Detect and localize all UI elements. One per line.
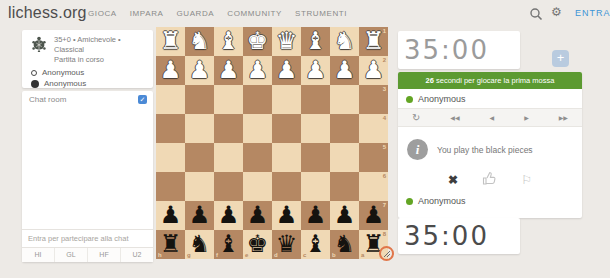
- board-square[interactable]: [272, 143, 301, 172]
- board-square[interactable]: [214, 172, 243, 201]
- lichess-app: lichess.org GIOCA IMPARA GUARDA COMMUNIT…: [0, 0, 610, 278]
- file-label: g: [187, 252, 191, 258]
- board-square[interactable]: [330, 172, 359, 201]
- chess-piece[interactable]: ♜: [156, 26, 185, 55]
- game-setup-text: 35+0 • Amichevole • Classical Partita in…: [54, 35, 121, 65]
- last-move-icon[interactable]: ▶▶: [559, 114, 568, 121]
- chess-piece[interactable]: ♛: [272, 26, 301, 55]
- chess-piece[interactable]: ♝: [214, 26, 243, 55]
- menu-strumenti[interactable]: STRUMENTI: [295, 9, 347, 18]
- classical-turtle-icon: [30, 35, 48, 65]
- rank-label: 6: [383, 173, 386, 179]
- chess-piece[interactable]: ♚: [243, 26, 272, 55]
- board-square[interactable]: [156, 143, 185, 172]
- rank-label: 8: [383, 231, 386, 237]
- menu-impara[interactable]: IMPARA: [130, 9, 164, 18]
- file-label: f: [216, 252, 218, 258]
- chat-messages: [22, 107, 153, 229]
- side-info-row: i You play the black pieces: [398, 127, 582, 160]
- side-info-text: You play the black pieces: [437, 145, 533, 155]
- board-square[interactable]: ♟: [330, 201, 359, 230]
- board-square[interactable]: ♟: [214, 201, 243, 230]
- chess-piece[interactable]: ♝: [214, 229, 243, 258]
- board-square[interactable]: [301, 114, 330, 143]
- search-icon[interactable]: [529, 7, 543, 21]
- chat-panel: Chat room ✓ HI GL HF U2: [22, 91, 153, 262]
- speed-label: Classical: [54, 45, 121, 55]
- board-square[interactable]: [272, 85, 301, 114]
- board-square[interactable]: [185, 85, 214, 114]
- board-square[interactable]: ♞: [185, 27, 214, 56]
- board-square[interactable]: ♟: [185, 56, 214, 85]
- board-square[interactable]: ♟: [156, 56, 185, 85]
- top-navbar: lichess.org GIOCA IMPARA GUARDA COMMUNIT…: [0, 0, 610, 26]
- first-move-alert: 26 secondi per giocare la prima mossa: [398, 72, 582, 89]
- chess-piece[interactable]: ♟: [301, 200, 330, 229]
- chat-preset-gl[interactable]: GL: [54, 248, 87, 262]
- chat-input[interactable]: [22, 229, 153, 247]
- rank-label: 3: [383, 86, 386, 92]
- board-square[interactable]: ♟: [272, 56, 301, 85]
- board-square[interactable]: 5: [359, 143, 388, 172]
- board-square[interactable]: ♟: [243, 56, 272, 85]
- player-name: Anonymous: [418, 196, 466, 206]
- board-square[interactable]: ♟: [301, 56, 330, 85]
- game-side-card: 26 secondi per giocare la prima mossa An…: [398, 72, 582, 218]
- chat-preset-row: HI GL HF U2: [22, 247, 153, 262]
- move-controls: ↻ ◀◀ ◀ ▶ ▶▶: [398, 108, 582, 127]
- alert-seconds: 26: [426, 76, 434, 85]
- board-square[interactable]: ♝c: [301, 230, 330, 259]
- white-player-name: Anonymous: [42, 68, 84, 77]
- chat-preset-hf[interactable]: HF: [87, 248, 120, 262]
- file-label: c: [303, 252, 306, 258]
- board-resize-highlight: [379, 246, 394, 261]
- gear-icon[interactable]: ⚙: [551, 5, 562, 19]
- board-square[interactable]: ♟: [156, 201, 185, 230]
- board-square[interactable]: [156, 114, 185, 143]
- next-move-icon[interactable]: ▶: [524, 114, 529, 121]
- alert-message: secondi per giocare la prima mossa: [434, 76, 554, 85]
- online-indicator: [406, 96, 413, 103]
- board-square[interactable]: [330, 85, 359, 114]
- game-actions: ✖ ⚐: [398, 173, 582, 187]
- chess-piece[interactable]: ♝: [301, 26, 330, 55]
- chess-piece[interactable]: ♟: [330, 55, 359, 84]
- chess-piece[interactable]: ♞: [330, 26, 359, 55]
- board-square[interactable]: ♟: [301, 201, 330, 230]
- first-move-icon[interactable]: ◀◀: [450, 114, 459, 121]
- chat-preset-u2[interactable]: U2: [120, 248, 153, 262]
- board-square[interactable]: ♜h: [156, 230, 185, 259]
- chess-piece[interactable]: ♟: [272, 200, 301, 229]
- prev-move-icon[interactable]: ◀: [490, 114, 495, 121]
- chess-piece[interactable]: ♟: [243, 200, 272, 229]
- rank-label: 7: [383, 202, 386, 208]
- rank-label: 5: [383, 144, 386, 150]
- board-square[interactable]: ♝: [301, 27, 330, 56]
- white-color-icon: [31, 70, 37, 76]
- flag-icon[interactable]: ⚐: [521, 173, 532, 187]
- opponent-name: Anonymous: [418, 94, 466, 104]
- board-square[interactable]: [301, 172, 330, 201]
- flip-board-icon[interactable]: ↻: [412, 112, 420, 123]
- board-square[interactable]: [330, 143, 359, 172]
- board-square[interactable]: [185, 114, 214, 143]
- chess-piece[interactable]: ♞: [185, 26, 214, 55]
- menu-guarda[interactable]: GUARDA: [176, 9, 214, 18]
- board-square[interactable]: 3: [359, 85, 388, 114]
- rank-label: 4: [383, 115, 386, 121]
- board-square[interactable]: ♟: [243, 201, 272, 230]
- file-label: a: [361, 252, 364, 258]
- black-player-name: Anonymous: [44, 79, 86, 88]
- close-icon[interactable]: ✖: [448, 173, 458, 187]
- board-square[interactable]: [243, 172, 272, 201]
- board-square[interactable]: [301, 143, 330, 172]
- board-square[interactable]: ♟: [272, 201, 301, 230]
- board-square[interactable]: [243, 85, 272, 114]
- chess-piece[interactable]: ♟: [185, 200, 214, 229]
- board-square[interactable]: ♟2: [359, 56, 388, 85]
- board-square[interactable]: ♟7: [359, 201, 388, 230]
- lichess-logo[interactable]: lichess.org: [8, 4, 87, 22]
- main-menu: GIOCA IMPARA GUARDA COMMUNITY STRUMENTI: [88, 9, 347, 18]
- chess-piece[interactable]: ♟: [156, 55, 185, 84]
- black-player-row: Anonymous: [22, 78, 153, 89]
- online-indicator: [406, 198, 413, 205]
- chess-piece[interactable]: ♟: [185, 55, 214, 84]
- board-square[interactable]: [156, 85, 185, 114]
- chess-piece[interactable]: ♟: [214, 200, 243, 229]
- player-row: Anonymous: [398, 187, 582, 210]
- board-square[interactable]: ♚: [243, 27, 272, 56]
- chess-piece[interactable]: ♟: [272, 55, 301, 84]
- board-square[interactable]: ♛: [272, 27, 301, 56]
- opponent-row: Anonymous: [398, 89, 582, 108]
- thumbsup-icon[interactable]: [482, 171, 497, 189]
- file-label: b: [332, 252, 336, 258]
- rank-label: 1: [383, 28, 386, 34]
- board-square[interactable]: 4: [359, 114, 388, 143]
- board-square[interactable]: ♜1: [359, 27, 388, 56]
- chess-piece[interactable]: ♟: [156, 200, 185, 229]
- board-resize-handle-icon[interactable]: [383, 250, 391, 258]
- board-square[interactable]: ♛d: [272, 230, 301, 259]
- chess-piece[interactable]: ♟: [301, 55, 330, 84]
- board-square[interactable]: ♝f: [214, 230, 243, 259]
- board-square[interactable]: [214, 143, 243, 172]
- chess-piece[interactable]: ♟: [243, 55, 272, 84]
- board-square[interactable]: ♞b: [330, 230, 359, 259]
- chess-piece[interactable]: ♟: [214, 55, 243, 84]
- board-square[interactable]: [185, 172, 214, 201]
- board-square[interactable]: ♞: [330, 27, 359, 56]
- info-icon: i: [407, 139, 428, 160]
- player-clock: 35:00: [398, 218, 520, 254]
- sign-in-link[interactable]: ENTRA: [575, 8, 610, 18]
- board-square[interactable]: ♞g: [185, 230, 214, 259]
- black-color-icon: [31, 80, 39, 88]
- board-square[interactable]: ♟: [185, 201, 214, 230]
- chat-preset-hi[interactable]: HI: [22, 248, 54, 262]
- menu-gioca[interactable]: GIOCA: [88, 9, 117, 18]
- board-square[interactable]: [156, 172, 185, 201]
- board-square[interactable]: ♟: [330, 56, 359, 85]
- board-square[interactable]: ♜: [156, 27, 185, 56]
- chat-toggle-checkbox[interactable]: ✓: [138, 95, 147, 104]
- board-square[interactable]: [272, 114, 301, 143]
- white-player-row: Anonymous: [22, 67, 153, 78]
- opponent-clock: 35:00: [398, 31, 520, 69]
- chess-piece[interactable]: ♟: [330, 200, 359, 229]
- board-square[interactable]: ♚e: [243, 230, 272, 259]
- game-info-card: 35+0 • Amichevole • Classical Partita in…: [22, 30, 153, 88]
- chat-title: Chat room: [29, 95, 66, 104]
- board-square[interactable]: [214, 85, 243, 114]
- file-label: d: [274, 252, 278, 258]
- board-square[interactable]: [214, 114, 243, 143]
- rank-label: 2: [383, 57, 386, 63]
- board-square[interactable]: ♟: [214, 56, 243, 85]
- time-control-label: 35+0 • Amichevole •: [54, 35, 121, 45]
- board-square[interactable]: [330, 114, 359, 143]
- board-square[interactable]: [185, 143, 214, 172]
- board-square[interactable]: [243, 143, 272, 172]
- board-square[interactable]: [301, 85, 330, 114]
- board-square[interactable]: ♝: [214, 27, 243, 56]
- file-label: h: [158, 252, 162, 258]
- file-label: e: [245, 252, 248, 258]
- game-status-label: Partita in corso: [54, 55, 121, 65]
- board-square[interactable]: [243, 114, 272, 143]
- board-square[interactable]: 6: [359, 172, 388, 201]
- plus-icon[interactable]: +: [552, 50, 569, 67]
- chess-board[interactable]: ♜♞♝♚♛♝♞♜1♟♟♟♟♟♟♟♟23456♟♟♟♟♟♟♟♟7♜h♞g♝f♚e♛…: [156, 27, 388, 259]
- menu-community[interactable]: COMMUNITY: [227, 9, 282, 18]
- board-square[interactable]: [272, 172, 301, 201]
